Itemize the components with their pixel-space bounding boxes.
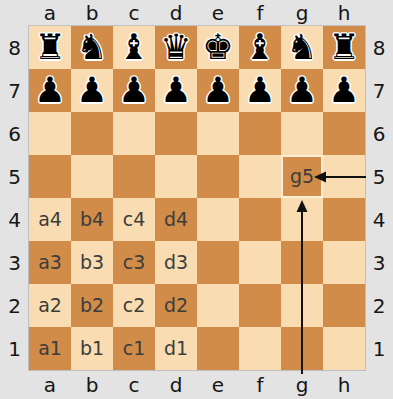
square-e4[interactable] (197, 198, 239, 241)
square-h3[interactable] (323, 241, 365, 284)
square-h1[interactable] (323, 327, 365, 370)
rank-label-right-7: 7 (365, 69, 393, 112)
square-c7[interactable]: ♟ (113, 69, 155, 112)
square-c2[interactable]: c2 (113, 284, 155, 327)
square-label-c4: c4 (123, 210, 146, 229)
square-c6[interactable] (113, 112, 155, 155)
rank-label-right-2: 2 (365, 284, 393, 327)
black-pawn-c7: ♟ (118, 73, 149, 108)
square-a7[interactable]: ♟ (29, 69, 71, 112)
rank-label-left-5: 5 (0, 155, 29, 198)
file-label-top-a: a (29, 0, 71, 26)
square-b2[interactable]: b2 (71, 284, 113, 327)
square-a2[interactable]: a2 (29, 284, 71, 327)
square-a3[interactable]: a3 (29, 241, 71, 284)
square-h6[interactable] (323, 112, 365, 155)
rank-label-left-3: 3 (0, 241, 29, 284)
square-d3[interactable]: d3 (155, 241, 197, 284)
square-g7[interactable]: ♟ (281, 69, 323, 112)
square-e1[interactable] (197, 327, 239, 370)
file-label-top-d: d (155, 0, 197, 26)
square-h5[interactable] (323, 155, 365, 198)
square-f3[interactable] (239, 241, 281, 284)
file-label-top-g: g (281, 0, 323, 26)
black-rook-h8: ♜ (328, 30, 359, 65)
square-e3[interactable] (197, 241, 239, 284)
square-b4[interactable]: b4 (71, 198, 113, 241)
square-label-d4: d4 (164, 210, 188, 229)
rank-label-right-6: 6 (365, 112, 393, 155)
square-label-a1: a1 (38, 339, 62, 358)
square-c1[interactable]: c1 (113, 327, 155, 370)
square-label-c1: c1 (123, 339, 146, 358)
square-d8[interactable]: ♛ (155, 26, 197, 69)
file-labels-top: abcdefgh (29, 0, 365, 26)
square-label-d3: d3 (164, 253, 188, 272)
rank-label-left-4: 4 (0, 198, 29, 241)
rank-labels-right: 87654321 (365, 26, 393, 370)
square-e7[interactable]: ♟ (197, 69, 239, 112)
square-h4[interactable] (323, 198, 365, 241)
square-d4[interactable]: d4 (155, 198, 197, 241)
file-labels-bottom: abcdefgh (29, 370, 365, 399)
file-label-bottom-f: f (239, 370, 281, 399)
square-g1[interactable] (281, 327, 323, 370)
square-c8[interactable]: ♝ (113, 26, 155, 69)
square-g6[interactable] (281, 112, 323, 155)
square-g3[interactable] (281, 241, 323, 284)
square-a1[interactable]: a1 (29, 327, 71, 370)
black-pawn-d7: ♟ (160, 73, 191, 108)
black-pawn-h7: ♟ (328, 73, 359, 108)
black-pawn-e7: ♟ (202, 73, 233, 108)
square-f2[interactable] (239, 284, 281, 327)
square-f6[interactable] (239, 112, 281, 155)
square-label-a2: a2 (38, 296, 62, 315)
square-f8[interactable]: ♝ (239, 26, 281, 69)
black-queen-d8: ♛ (160, 30, 191, 65)
square-a5[interactable] (29, 155, 71, 198)
file-label-bottom-e: e (197, 370, 239, 399)
file-label-top-e: e (197, 0, 239, 26)
rank-label-left-1: 1 (0, 327, 29, 370)
square-d6[interactable] (155, 112, 197, 155)
square-e6[interactable] (197, 112, 239, 155)
black-bishop-f8: ♝ (244, 30, 275, 65)
chess-coordinates-diagram: abcdefgh 87654321 ♜♞♝♛♚♝♞♜♟♟♟♟♟♟♟♟g5a4b4… (0, 0, 393, 399)
file-label-top-h: h (323, 0, 365, 26)
square-label-c3: c3 (123, 253, 146, 272)
file-label-bottom-b: b (71, 370, 113, 399)
square-h2[interactable] (323, 284, 365, 327)
square-e5[interactable] (197, 155, 239, 198)
highlight-square-label: g5 (290, 167, 314, 186)
square-c3[interactable]: c3 (113, 241, 155, 284)
square-b3[interactable]: b3 (71, 241, 113, 284)
rank-label-left-2: 2 (0, 284, 29, 327)
square-label-d2: d2 (164, 296, 188, 315)
square-c4[interactable]: c4 (113, 198, 155, 241)
square-label-a3: a3 (38, 253, 62, 272)
square-label-d1: d1 (164, 339, 188, 358)
black-rook-a8: ♜ (34, 30, 65, 65)
rank-label-right-4: 4 (365, 198, 393, 241)
black-bishop-c8: ♝ (118, 30, 149, 65)
file-label-bottom-g: g (281, 370, 323, 399)
rank-label-right-8: 8 (365, 26, 393, 69)
square-f4[interactable] (239, 198, 281, 241)
black-king-e8: ♚ (202, 30, 233, 65)
square-f1[interactable] (239, 327, 281, 370)
square-h7[interactable]: ♟ (323, 69, 365, 112)
file-label-bottom-d: d (155, 370, 197, 399)
black-knight-g8: ♞ (286, 30, 317, 65)
file-label-top-f: f (239, 0, 281, 26)
file-label-bottom-a: a (29, 370, 71, 399)
black-pawn-a7: ♟ (34, 73, 65, 108)
square-a8[interactable]: ♜ (29, 26, 71, 69)
black-pawn-g7: ♟ (286, 73, 317, 108)
square-g2[interactable] (281, 284, 323, 327)
square-label-b1: b1 (80, 339, 104, 358)
square-b7[interactable]: ♟ (71, 69, 113, 112)
square-g8[interactable]: ♞ (281, 26, 323, 69)
square-d5[interactable] (155, 155, 197, 198)
file-label-top-b: b (71, 0, 113, 26)
rank-label-left-6: 6 (0, 112, 29, 155)
black-pawn-b7: ♟ (76, 73, 107, 108)
rank-label-right-5: 5 (365, 155, 393, 198)
square-b5[interactable] (71, 155, 113, 198)
square-label-c2: c2 (123, 296, 146, 315)
square-label-b4: b4 (80, 210, 104, 229)
square-label-b2: b2 (80, 296, 104, 315)
rank-label-left-8: 8 (0, 26, 29, 69)
square-f7[interactable]: ♟ (239, 69, 281, 112)
rank-label-right-1: 1 (365, 327, 393, 370)
rank-label-left-7: 7 (0, 69, 29, 112)
square-d7[interactable]: ♟ (155, 69, 197, 112)
file-label-bottom-c: c (113, 370, 155, 399)
square-g4[interactable] (281, 198, 323, 241)
square-d2[interactable]: d2 (155, 284, 197, 327)
square-g5[interactable]: g5 (281, 155, 323, 198)
square-d1[interactable]: d1 (155, 327, 197, 370)
square-a4[interactable]: a4 (29, 198, 71, 241)
square-label-a4: a4 (38, 210, 62, 229)
square-b1[interactable]: b1 (71, 327, 113, 370)
square-h8[interactable]: ♜ (323, 26, 365, 69)
file-label-bottom-h: h (323, 370, 365, 399)
square-e2[interactable] (197, 284, 239, 327)
rank-labels-left: 87654321 (0, 26, 29, 370)
square-e8[interactable]: ♚ (197, 26, 239, 69)
chess-board: ♜♞♝♛♚♝♞♜♟♟♟♟♟♟♟♟g5a4b4c4d4a3b3c3d3a2b2c2… (29, 26, 365, 370)
square-f5[interactable] (239, 155, 281, 198)
rank-label-right-3: 3 (365, 241, 393, 284)
square-b8[interactable]: ♞ (71, 26, 113, 69)
black-pawn-f7: ♟ (244, 73, 275, 108)
file-label-top-c: c (113, 0, 155, 26)
black-knight-b8: ♞ (76, 30, 107, 65)
square-a6[interactable] (29, 112, 71, 155)
square-label-b3: b3 (80, 253, 104, 272)
square-c5[interactable] (113, 155, 155, 198)
square-b6[interactable] (71, 112, 113, 155)
